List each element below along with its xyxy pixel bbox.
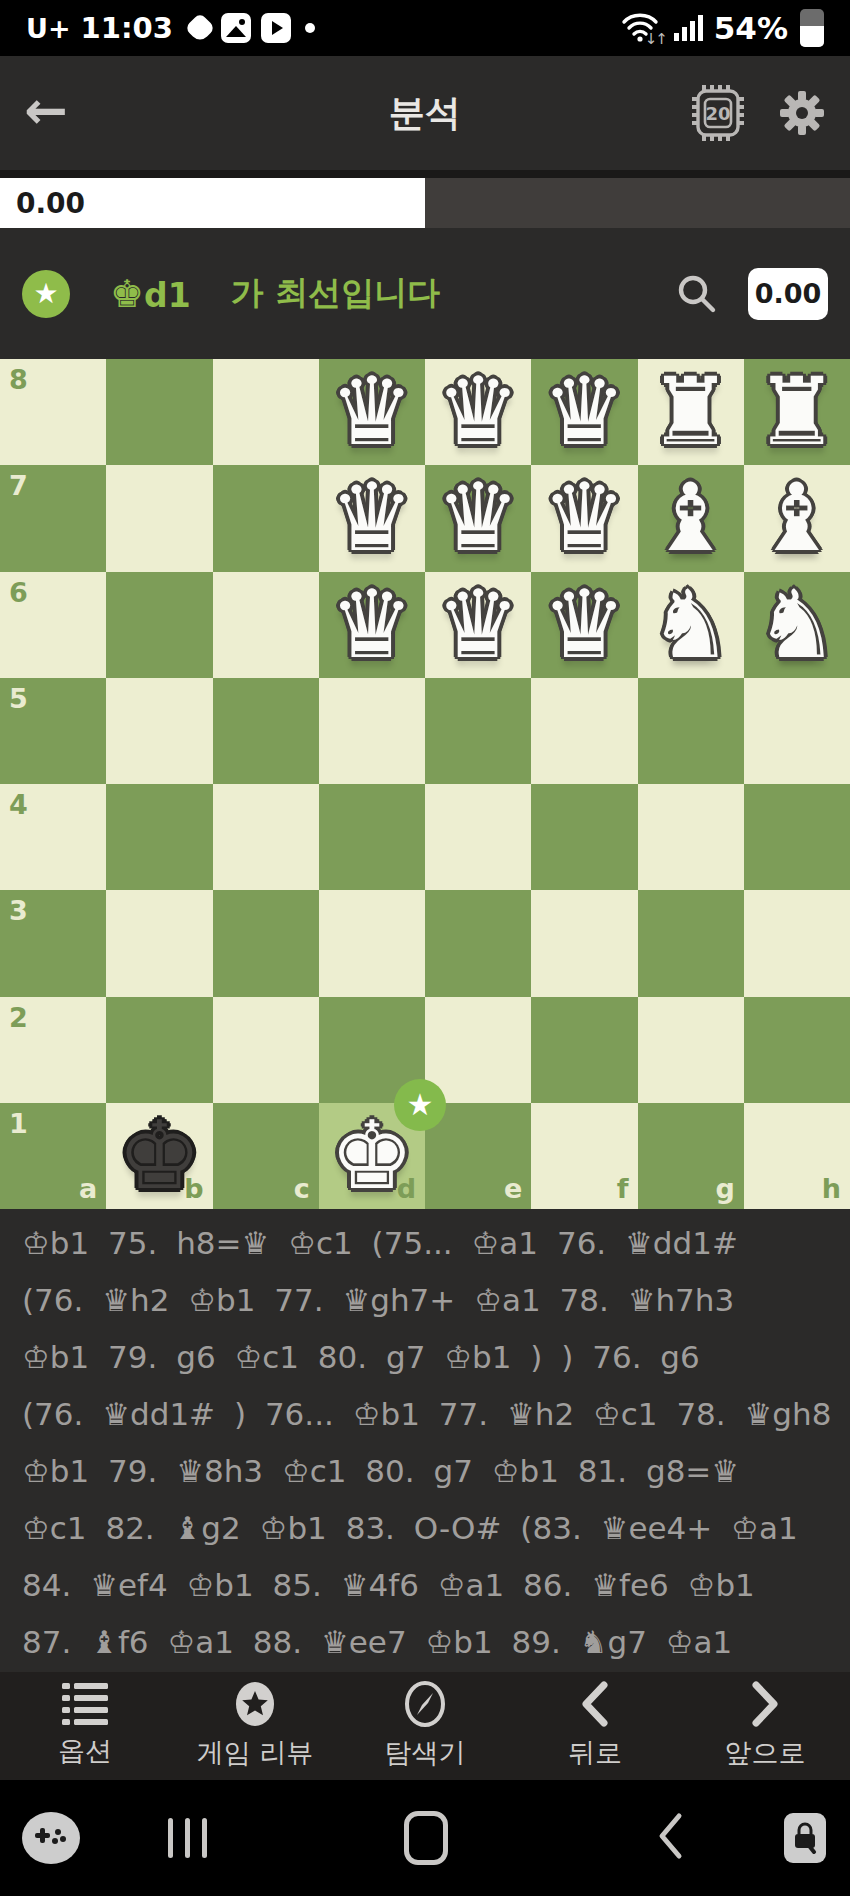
piece-white-queen[interactable]: ♛: [330, 365, 414, 459]
best-move-notation[interactable]: ♚d1: [110, 272, 191, 316]
chess-board: 8♛♛♛♜♜7♛♛♛♝♝6♛♛♛♞♞54321ab♚cd♚efgh★: [0, 359, 850, 1209]
move-line-9[interactable]: ♔b1 90. ♛eg5 ♔a1 91. ♛d5 ♔b1 92. ♛e5: [22, 1671, 828, 1672]
square-f6[interactable]: ♛: [531, 572, 637, 678]
square-d8[interactable]: ♛: [319, 359, 425, 465]
move-line-3[interactable]: ♔b1 79. g6 ♔c1 80. g7 ♔b1 ) ) 76. g6: [22, 1329, 828, 1386]
status-bar: U+ 11:03 ↓↑ 54%: [0, 0, 850, 56]
evaluation-bar: 0.00: [0, 178, 850, 228]
square-h8[interactable]: ♜: [744, 359, 850, 465]
square-d4[interactable]: [319, 784, 425, 890]
square-c5[interactable]: [213, 678, 319, 784]
file-label-c: c: [294, 1175, 310, 1202]
forward-chevron-icon: [748, 1681, 782, 1727]
evaluation-bar-white-fill: 0.00: [0, 178, 425, 228]
game-review-star-icon: [232, 1681, 278, 1727]
square-a2[interactable]: 2: [0, 997, 106, 1103]
rank-label-5: 5: [9, 685, 28, 712]
square-e7[interactable]: ♛: [425, 465, 531, 571]
rank-label-1: 1: [9, 1110, 28, 1137]
piece-white-bishop[interactable]: ♝: [648, 471, 732, 565]
best-move-row: ★ ♚d1 가 최선입니다 0.00: [0, 228, 850, 359]
bottom-nav: 옵션 게임 리뷰 탐색기 뒤로 앞으로: [0, 1672, 850, 1780]
system-navigation-bar: [0, 1780, 850, 1896]
battery-icon: [800, 9, 824, 47]
square-g1[interactable]: g: [638, 1103, 744, 1209]
options-list-icon: [62, 1683, 108, 1725]
explorer-compass-icon: [402, 1681, 448, 1727]
square-b6[interactable]: [106, 572, 212, 678]
piece-white-queen[interactable]: ♛: [542, 471, 626, 565]
square-c7[interactable]: [213, 465, 319, 571]
rank-label-4: 4: [9, 791, 28, 818]
move-line-5[interactable]: ♔b1 79. ♛8h3 ♔c1 80. g7 ♔b1 81. g8=♛: [22, 1443, 828, 1500]
wifi-traffic-arrows-icon: ↓↑: [645, 30, 666, 48]
app-header: ← 분석 20: [0, 56, 850, 170]
file-label-e: e: [504, 1175, 522, 1202]
square-c3[interactable]: [213, 890, 319, 996]
settings-gear-icon[interactable]: [778, 89, 826, 137]
rank-label-2: 2: [9, 1004, 28, 1031]
square-d5[interactable]: [319, 678, 425, 784]
square-c8[interactable]: [213, 359, 319, 465]
square-d6[interactable]: ♛: [319, 572, 425, 678]
square-e3[interactable]: [425, 890, 531, 996]
square-b2[interactable]: [106, 997, 212, 1103]
square-b8[interactable]: [106, 359, 212, 465]
home-button[interactable]: [404, 1811, 448, 1865]
rank-label-7: 7: [9, 472, 28, 499]
square-h4[interactable]: [744, 784, 850, 890]
piece-white-rook[interactable]: ♜: [648, 365, 732, 459]
svg-text:20: 20: [705, 103, 730, 124]
square-a8[interactable]: 8: [0, 359, 106, 465]
file-label-a: a: [79, 1175, 97, 1202]
square-h3[interactable]: [744, 890, 850, 996]
move-line-4[interactable]: (76. ♛dd1# ) 76... ♔b1 77. ♛h2 ♔c1 78. ♛…: [22, 1386, 828, 1443]
best-move-text: 가 최선입니다: [231, 271, 441, 316]
score-badge[interactable]: 0.00: [748, 268, 828, 320]
best-move-star-icon: ★: [22, 270, 70, 318]
piece-white-queen[interactable]: ♛: [542, 578, 626, 672]
header-separator: [0, 170, 850, 178]
square-g4[interactable]: [638, 784, 744, 890]
battery-percent-label: 54%: [714, 10, 788, 46]
square-c6[interactable]: [213, 572, 319, 678]
square-f2[interactable]: [531, 997, 637, 1103]
file-label-h: h: [822, 1175, 841, 1202]
rank-label-6: 6: [9, 579, 28, 606]
square-f4[interactable]: [531, 784, 637, 890]
move-line-2[interactable]: (76. ♛h2 ♔b1 77. ♛gh7+ ♔a1 78. ♛h7h3: [22, 1272, 828, 1329]
square-e4[interactable]: [425, 784, 531, 890]
piece-white-queen[interactable]: ♛: [542, 365, 626, 459]
move-line-6[interactable]: ♔c1 82. ♝g2 ♔b1 83. O-O# (83. ♛ee4+ ♔a1: [22, 1500, 828, 1557]
square-h2[interactable]: [744, 997, 850, 1103]
piece-white-knight[interactable]: ♞: [755, 578, 839, 672]
square-c2[interactable]: [213, 997, 319, 1103]
square-a6[interactable]: 6: [0, 572, 106, 678]
square-f3[interactable]: [531, 890, 637, 996]
piece-white-bishop[interactable]: ♝: [755, 471, 839, 565]
square-h1[interactable]: h: [744, 1103, 850, 1209]
square-f8[interactable]: ♛: [531, 359, 637, 465]
touch-lock-icon[interactable]: [784, 1813, 826, 1863]
square-d7[interactable]: ♛: [319, 465, 425, 571]
square-a3[interactable]: 3: [0, 890, 106, 996]
carrier-label: U+: [26, 13, 71, 44]
gallery-notification-icon: [221, 13, 251, 43]
piece-white-queen[interactable]: ♛: [436, 471, 520, 565]
square-g3[interactable]: [638, 890, 744, 996]
square-h7[interactable]: ♝: [744, 465, 850, 571]
square-a5[interactable]: 5: [0, 678, 106, 784]
square-d3[interactable]: [319, 890, 425, 996]
nav-item-game-review[interactable]: 게임 리뷰: [195, 1681, 315, 1771]
king-figurine-icon: ♚: [110, 272, 144, 316]
square-e6[interactable]: ♛: [425, 572, 531, 678]
recents-button[interactable]: [168, 1818, 207, 1858]
square-g5[interactable]: [638, 678, 744, 784]
move-line-8[interactable]: 87. ♝f6 ♔a1 88. ♛ee7 ♔b1 89. ♞g7 ♔a1: [22, 1614, 828, 1671]
move-line-7[interactable]: 84. ♛ef4 ♔b1 85. ♛4f6 ♔a1 86. ♛fe6 ♔b1: [22, 1557, 828, 1614]
square-g8[interactable]: ♜: [638, 359, 744, 465]
move-line-1[interactable]: ♔b1 75. h8=♛ ♔c1 (75... ♔a1 76. ♛dd1#: [22, 1215, 828, 1272]
square-b7[interactable]: [106, 465, 212, 571]
piece-white-knight[interactable]: ♞: [648, 578, 732, 672]
rank-label-8: 8: [9, 366, 28, 393]
square-e8[interactable]: ♛: [425, 359, 531, 465]
square-a7[interactable]: 7: [0, 465, 106, 571]
square-f5[interactable]: [531, 678, 637, 784]
square-e2[interactable]: [425, 997, 531, 1103]
piece-white-queen[interactable]: ♛: [330, 578, 414, 672]
system-back-button[interactable]: [656, 1811, 684, 1865]
square-f1[interactable]: f: [531, 1103, 637, 1209]
square-g7[interactable]: ♝: [638, 465, 744, 571]
piece-white-queen[interactable]: ♛: [436, 578, 520, 672]
square-g2[interactable]: [638, 997, 744, 1103]
square-e5[interactable]: [425, 678, 531, 784]
square-h5[interactable]: [744, 678, 850, 784]
piece-white-queen[interactable]: ♛: [436, 365, 520, 459]
best-move-star-badge: ★: [394, 1079, 446, 1131]
game-booster-icon[interactable]: [22, 1812, 80, 1864]
square-a4[interactable]: 4: [0, 784, 106, 890]
search-icon[interactable]: [674, 271, 720, 317]
move-list[interactable]: ♔b1 75. h8=♛ ♔c1 (75... ♔a1 76. ♛dd1#(76…: [0, 1209, 850, 1672]
file-label-d: d: [397, 1175, 416, 1202]
square-c1[interactable]: c: [213, 1103, 319, 1209]
signal-strength-icon: [674, 13, 704, 43]
file-label-b: b: [184, 1175, 203, 1202]
back-chevron-icon: [578, 1681, 612, 1727]
clock: 11:03: [81, 11, 173, 45]
nav-item-explorer[interactable]: 탐색기: [365, 1681, 485, 1771]
piece-white-rook[interactable]: ♜: [755, 365, 839, 459]
nav-item-options[interactable]: 옵션: [25, 1683, 145, 1769]
rank-label-3: 3: [9, 897, 28, 924]
square-b5[interactable]: [106, 678, 212, 784]
evaluation-value: 0.00: [0, 187, 85, 220]
notification-dot-icon: [305, 23, 315, 33]
piece-white-queen[interactable]: ♛: [330, 471, 414, 565]
square-h6[interactable]: ♞: [744, 572, 850, 678]
youtube-notification-icon: [261, 13, 291, 43]
square-b1[interactable]: b♚: [106, 1103, 212, 1209]
square-b4[interactable]: [106, 784, 212, 890]
square-c4[interactable]: [213, 784, 319, 890]
nav-item-forward[interactable]: 앞으로: [705, 1681, 825, 1771]
square-f7[interactable]: ♛: [531, 465, 637, 571]
notes-notification-icon: [184, 12, 215, 43]
file-label-f: f: [617, 1175, 629, 1202]
nav-item-back[interactable]: 뒤로: [535, 1681, 655, 1771]
square-a1[interactable]: 1a: [0, 1103, 106, 1209]
file-label-g: g: [715, 1175, 734, 1202]
square-b3[interactable]: [106, 890, 212, 996]
wifi-icon: ↓↑: [620, 10, 664, 46]
engine-depth-chip-icon[interactable]: 20: [692, 85, 744, 141]
square-g6[interactable]: ♞: [638, 572, 744, 678]
